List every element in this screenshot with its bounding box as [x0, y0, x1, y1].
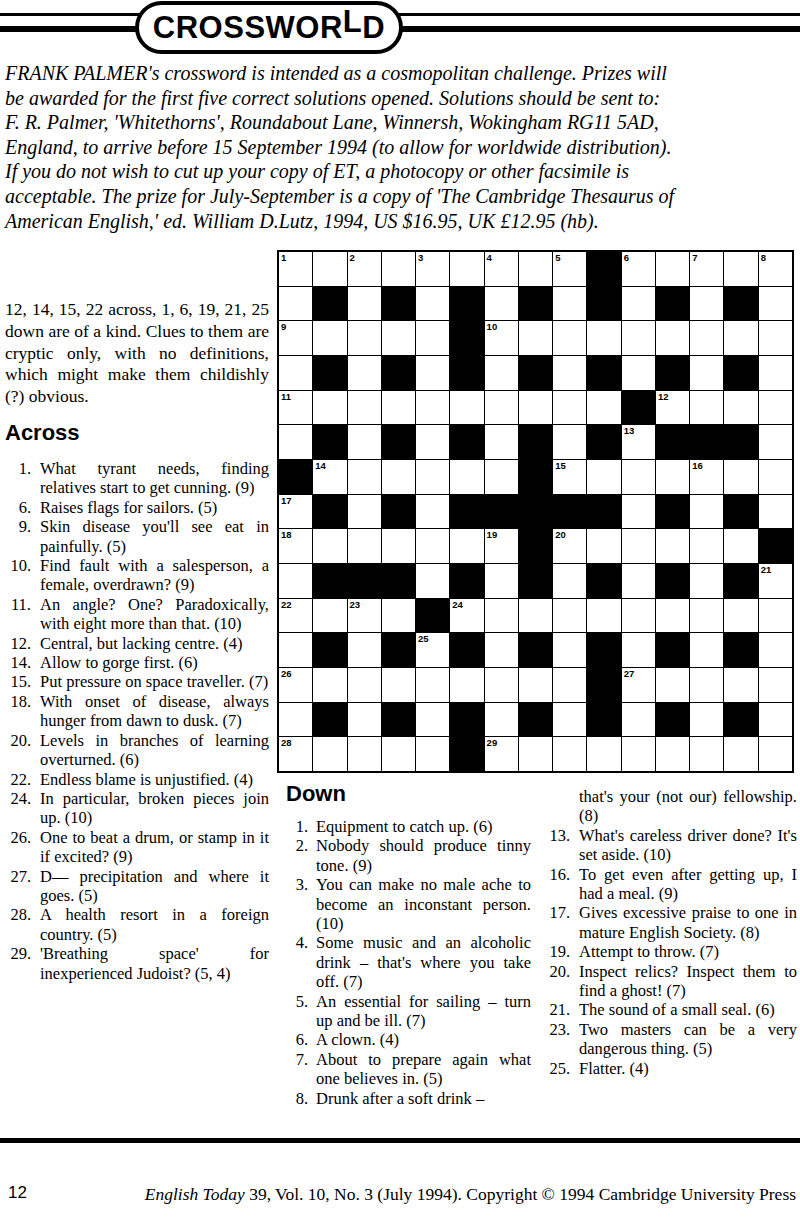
grid-cell-r13c6[interactable]	[450, 668, 483, 702]
clue-item: 3.You can make no male ache to become an…	[286, 875, 531, 933]
grid-cell-r11c15[interactable]	[759, 599, 792, 633]
cell-number: 2	[350, 253, 355, 263]
cell-number: 7	[692, 253, 697, 263]
clue-text: Gives excessive praise to one in mature …	[579, 903, 797, 942]
grid-cell-r6c1[interactable]	[279, 425, 312, 459]
clue-number: 26.	[5, 828, 31, 867]
grid-cell-r3c8[interactable]	[519, 321, 552, 355]
grid-cell-r12c15[interactable]	[759, 633, 792, 667]
clue-item: 7.About to prepare again what one believ…	[286, 1050, 531, 1089]
magazine-page: CROSSWORLD FRANK PALMER's crossword is i…	[0, 0, 800, 1221]
clue-number: 19.	[540, 942, 570, 961]
clue-item: 1.What tyrant needs, finding relatives s…	[5, 459, 269, 498]
block-cell-r7c8	[519, 460, 552, 494]
block-cell-r9c8	[519, 529, 552, 563]
grid-cell-r1c14[interactable]	[724, 252, 757, 286]
block-cell-r4c4	[382, 356, 415, 390]
grid-cell-r1c11[interactable]: 6	[622, 252, 655, 286]
clue-text: In particular, broken pieces join up. (1…	[40, 789, 269, 828]
grid-cell-r1c5[interactable]: 3	[416, 252, 449, 286]
block-cell-r5c11	[622, 391, 655, 425]
grid-cell-r2c5[interactable]	[416, 287, 449, 321]
grid-cell-r5c2[interactable]	[313, 391, 346, 425]
grid-cell-r1c2[interactable]	[313, 252, 346, 286]
grid-cell-r2c13[interactable]	[690, 287, 723, 321]
clue-text: Inspect relics? Inspect them to find a g…	[579, 962, 797, 1001]
grid-cell-r7c13[interactable]: 16	[690, 460, 723, 494]
grid-cell-r14c7[interactable]	[485, 703, 518, 737]
grid-cell-r10c11[interactable]	[622, 564, 655, 598]
grid-cell-r14c5[interactable]	[416, 703, 449, 737]
clue-number: 21.	[540, 1000, 570, 1019]
grid-cell-r8c13[interactable]	[690, 495, 723, 529]
grid-cell-r3c13[interactable]	[690, 321, 723, 355]
grid-cell-r14c11[interactable]	[622, 703, 655, 737]
clue-item: 8.Drunk after a soft drink –	[286, 1089, 531, 1108]
grid-cell-r15c14[interactable]	[724, 737, 757, 771]
block-cell-r14c12	[656, 703, 689, 737]
grid-cell-r8c1[interactable]: 17	[279, 495, 312, 529]
block-cell-r6c4	[382, 425, 415, 459]
clue-item: 20.Inspect relics? Inspect them to find …	[540, 962, 797, 1001]
grid-cell-r15c9[interactable]	[553, 737, 586, 771]
clue-item: 10.Find fault with a salesperson, a fema…	[5, 556, 269, 595]
block-cell-r14c14	[724, 703, 757, 737]
cell-number: 5	[555, 253, 560, 263]
grid-cell-r8c15[interactable]	[759, 495, 792, 529]
grid-cell-r13c12[interactable]	[656, 668, 689, 702]
clue-number: 20.	[540, 962, 570, 1001]
grid-cell-r12c1[interactable]	[279, 633, 312, 667]
grid-cell-r15c3[interactable]	[348, 737, 381, 771]
clue-item: 9.Skin disease you'll see eat in painful…	[5, 517, 269, 556]
grid-cell-r10c7[interactable]	[485, 564, 518, 598]
grid-cell-r10c1[interactable]	[279, 564, 312, 598]
block-cell-r12c12	[656, 633, 689, 667]
grid-cell-r6c15[interactable]	[759, 425, 792, 459]
clue-text: that's your (not our) fellowship. (8)	[579, 787, 797, 826]
grid-cell-r1c4[interactable]	[382, 252, 415, 286]
block-cell-r10c4	[382, 564, 415, 598]
grid-cell-r4c15[interactable]	[759, 356, 792, 390]
clue-number: 12.	[5, 634, 31, 653]
grid-cell-r10c9[interactable]	[553, 564, 586, 598]
grid-cell-r7c12[interactable]	[656, 460, 689, 494]
cell-number: 18	[281, 530, 292, 540]
grid-cell-r7c3[interactable]	[348, 460, 381, 494]
grid-cell-r9c4[interactable]	[382, 529, 415, 563]
grid-cell-r1c7[interactable]: 4	[485, 252, 518, 286]
grid-cell-r3c11[interactable]	[622, 321, 655, 355]
grid-cell-r11c12[interactable]	[656, 599, 689, 633]
grid-cell-r5c6[interactable]	[450, 391, 483, 425]
clue-number: 15.	[5, 672, 31, 691]
grid-cell-r11c7[interactable]	[485, 599, 518, 633]
grid-cell-r13c7[interactable]	[485, 668, 518, 702]
grid-cell-r10c5[interactable]	[416, 564, 449, 598]
clue-item: 14.Allow to gorge first. (6)	[5, 653, 269, 672]
clue-item: 13.What's careless driver done? It's set…	[540, 826, 797, 865]
grid-cell-r8c5[interactable]	[416, 495, 449, 529]
grid-cell-r13c14[interactable]	[724, 668, 757, 702]
grid-cell-r5c1[interactable]: 11	[279, 391, 312, 425]
grid-cell-r13c2[interactable]	[313, 668, 346, 702]
grid-cell-r15c1[interactable]: 28	[279, 737, 312, 771]
grid-cell-r5c7[interactable]	[485, 391, 518, 425]
grid-cell-r5c10[interactable]	[587, 391, 620, 425]
cell-number: 28	[281, 738, 292, 748]
grid-cell-r5c12[interactable]: 12	[656, 391, 689, 425]
grid-cell-r4c5[interactable]	[416, 356, 449, 390]
grid-cell-r3c7[interactable]: 10	[485, 321, 518, 355]
grid-cell-r15c11[interactable]	[622, 737, 655, 771]
grid-cell-r11c1[interactable]: 22	[279, 599, 312, 633]
block-cell-r6c6	[450, 425, 483, 459]
grid-cell-r14c13[interactable]	[690, 703, 723, 737]
clue-text: Two masters can be a very dangerous thin…	[579, 1020, 797, 1059]
clue-item: 1.Equipment to catch up. (6)	[286, 817, 531, 836]
grid-cell-r15c15[interactable]	[759, 737, 792, 771]
clue-item: 22.Endless blame is unjustified. (4)	[5, 770, 269, 789]
clue-text: What's careless driver done? It's set as…	[579, 826, 797, 865]
clue-item: 5.An essential for sailing – turn up and…	[286, 992, 531, 1031]
grid-cell-r13c9[interactable]	[553, 668, 586, 702]
grid-cell-r1c8[interactable]	[519, 252, 552, 286]
grid-cell-r7c5[interactable]	[416, 460, 449, 494]
block-cell-r10c3	[348, 564, 381, 598]
grid-cell-r1c13[interactable]: 7	[690, 252, 723, 286]
grid-cell-r8c3[interactable]	[348, 495, 381, 529]
grid-cell-r7c15[interactable]	[759, 460, 792, 494]
grid-cell-r14c3[interactable]	[348, 703, 381, 737]
cell-number: 9	[281, 322, 286, 332]
grid-cell-r9c12[interactable]	[656, 529, 689, 563]
grid-cell-r5c13[interactable]	[690, 391, 723, 425]
grid-cell-r12c11[interactable]	[622, 633, 655, 667]
grid-cell-r12c13[interactable]	[690, 633, 723, 667]
block-cell-r4c6	[450, 356, 483, 390]
citation-rest: 39, Vol. 10, No. 3 (July 1994). Copyrigh…	[245, 1184, 796, 1204]
grid-cell-r4c3[interactable]	[348, 356, 381, 390]
grid-cell-r2c3[interactable]	[348, 287, 381, 321]
grid-cell-r1c6[interactable]	[450, 252, 483, 286]
grid-cell-r10c13[interactable]	[690, 564, 723, 598]
logo-text-2: D	[362, 10, 385, 46]
grid-cell-r9c7[interactable]: 19	[485, 529, 518, 563]
grid-cell-r5c15[interactable]	[759, 391, 792, 425]
clue-number: 6.	[5, 498, 31, 517]
grid-cell-r15c5[interactable]	[416, 737, 449, 771]
block-cell-r14c6	[450, 703, 483, 737]
clue-item: 19.Attempt to throw. (7)	[540, 942, 797, 961]
clue-number: 1.	[286, 817, 308, 836]
block-cell-r3c6	[450, 321, 483, 355]
clue-text: One to beat a drum, or stamp in it if ex…	[40, 828, 269, 867]
clue-number: 29.	[5, 944, 31, 983]
grid-cell-r5c4[interactable]	[382, 391, 415, 425]
grid-cell-r13c5[interactable]	[416, 668, 449, 702]
grid-cell-r11c13[interactable]	[690, 599, 723, 633]
grid-cell-r3c10[interactable]	[587, 321, 620, 355]
grid-cell-r9c5[interactable]	[416, 529, 449, 563]
block-cell-r11c5	[416, 599, 449, 633]
grid-cell-r15c7[interactable]: 29	[485, 737, 518, 771]
grid-cell-r9c14[interactable]	[724, 529, 757, 563]
clue-number: 4.	[286, 933, 308, 991]
grid-cell-r7c11[interactable]	[622, 460, 655, 494]
clue-item: 6.A clown. (4)	[286, 1030, 531, 1049]
clue-text: Raises flags for sailors. (5)	[40, 498, 269, 517]
clue-text: Some music and an alcoholic drink – that…	[316, 933, 531, 991]
grid-cell-r7c9[interactable]: 15	[553, 460, 586, 494]
grid-cell-r8c11[interactable]	[622, 495, 655, 529]
clue-number: 10.	[5, 556, 31, 595]
grid-cell-r4c11[interactable]	[622, 356, 655, 390]
cell-number: 8	[761, 253, 766, 263]
block-cell-r14c10	[587, 703, 620, 737]
cell-number: 25	[418, 634, 429, 644]
footer-rule	[0, 1138, 800, 1143]
grid-cell-r6c7[interactable]	[485, 425, 518, 459]
clue-number: 13.	[540, 826, 570, 865]
block-cell-r6c12	[656, 425, 689, 459]
block-cell-r2c12	[656, 287, 689, 321]
grid-cell-r15c13[interactable]	[690, 737, 723, 771]
grid-cell-r9c9[interactable]: 20	[553, 529, 586, 563]
block-cell-r13c10	[587, 668, 620, 702]
block-cell-r15c6	[450, 737, 483, 771]
grid-cell-r3c2[interactable]	[313, 321, 346, 355]
grid-cell-r4c1[interactable]	[279, 356, 312, 390]
grid-cell-r9c3[interactable]	[348, 529, 381, 563]
block-cell-r12c2	[313, 633, 346, 667]
logo-text-1: CROSSWOR	[153, 10, 343, 46]
clue-text: To get even after getting up, I had a me…	[579, 865, 797, 904]
across-heading: Across	[5, 420, 80, 446]
grid-cell-r4c9[interactable]	[553, 356, 586, 390]
clue-number: 25.	[540, 1059, 570, 1078]
clue-number: 18.	[5, 692, 31, 731]
block-cell-r12c6	[450, 633, 483, 667]
intro-paragraph: FRANK PALMER's crossword is intended as …	[5, 61, 789, 233]
clue-item: 16.To get even after getting up, I had a…	[540, 865, 797, 904]
grid-cell-r3c4[interactable]	[382, 321, 415, 355]
block-cell-r10c14	[724, 564, 757, 598]
cell-number: 22	[281, 600, 292, 610]
cell-number: 29	[487, 738, 498, 748]
clue-text: Drunk after a soft drink –	[316, 1089, 531, 1108]
cell-number: 15	[555, 461, 566, 471]
grid-cell-r9c13[interactable]	[690, 529, 723, 563]
grid-cell-r13c15[interactable]	[759, 668, 792, 702]
clue-text: Levels in branches of learning overturne…	[40, 731, 269, 770]
clue-item: 25.Flatter. (4)	[540, 1059, 797, 1078]
grid-cell-r3c15[interactable]	[759, 321, 792, 355]
clue-text: An essential for sailing – turn up and b…	[316, 992, 531, 1031]
grid-cell-r3c1[interactable]: 9	[279, 321, 312, 355]
grid-cell-r3c5[interactable]	[416, 321, 449, 355]
cell-number: 26	[281, 669, 292, 679]
clue-item: 23.Two masters can be a very dangerous t…	[540, 1020, 797, 1059]
grid-cell-r11c4[interactable]	[382, 599, 415, 633]
clue-text: Allow to gorge first. (6)	[40, 653, 269, 672]
grid-cell-r5c9[interactable]	[553, 391, 586, 425]
grid-cell-r15c4[interactable]	[382, 737, 415, 771]
grid-cell-r12c7[interactable]	[485, 633, 518, 667]
clue-item: 12.Central, but lacking centre. (4)	[5, 634, 269, 653]
grid-cell-r9c2[interactable]	[313, 529, 346, 563]
grid-cell-r14c9[interactable]	[553, 703, 586, 737]
grid-cell-r1c15[interactable]: 8	[759, 252, 792, 286]
block-cell-r4c14	[724, 356, 757, 390]
grid-cell-r7c4[interactable]	[382, 460, 415, 494]
block-cell-r9c15	[759, 529, 792, 563]
clue-number	[540, 787, 570, 826]
block-cell-r8c2	[313, 495, 346, 529]
clue-item: 6.Raises flags for sailors. (5)	[5, 498, 269, 517]
block-cell-r8c12	[656, 495, 689, 529]
grid-cell-r6c9[interactable]	[553, 425, 586, 459]
clue-text: What tyrant needs, finding relatives sta…	[40, 459, 269, 498]
grid-cell-r9c1[interactable]: 18	[279, 529, 312, 563]
grid-cell-r13c8[interactable]	[519, 668, 552, 702]
grid-cell-r14c15[interactable]	[759, 703, 792, 737]
cell-number: 24	[452, 600, 463, 610]
grid-cell-r1c9[interactable]: 5	[553, 252, 586, 286]
grid-cell-r3c3[interactable]	[348, 321, 381, 355]
grid-cell-r1c1[interactable]: 1	[279, 252, 312, 286]
clue-number: 1.	[5, 459, 31, 498]
grid-cell-r15c2[interactable]	[313, 737, 346, 771]
grid-cell-r15c10[interactable]	[587, 737, 620, 771]
grid-cell-r2c11[interactable]	[622, 287, 655, 321]
clue-text: D— precipitation and where it goes. (5)	[40, 867, 269, 906]
grid-cell-r13c11[interactable]: 27	[622, 668, 655, 702]
grid-cell-r9c11[interactable]	[622, 529, 655, 563]
clue-number: 22.	[5, 770, 31, 789]
grid-cell-r3c12[interactable]	[656, 321, 689, 355]
grid-cell-r12c9[interactable]	[553, 633, 586, 667]
clue-text: Flatter. (4)	[579, 1059, 797, 1078]
grid-cell-r3c14[interactable]	[724, 321, 757, 355]
clue-item: 29.'Breathing space' for inexperienced J…	[5, 944, 269, 983]
citation: English Today 39, Vol. 10, No. 3 (July 1…	[145, 1184, 796, 1205]
block-cell-r2c2	[313, 287, 346, 321]
grid-cell-r11c11[interactable]	[622, 599, 655, 633]
block-cell-r10c6	[450, 564, 483, 598]
grid-cell-r2c15[interactable]	[759, 287, 792, 321]
clue-number: 5.	[286, 992, 308, 1031]
grid-cell-r5c3[interactable]	[348, 391, 381, 425]
grid-cell-r1c3[interactable]: 2	[348, 252, 381, 286]
grid-cell-r9c6[interactable]	[450, 529, 483, 563]
grid-cell-r11c14[interactable]	[724, 599, 757, 633]
block-cell-r6c2	[313, 425, 346, 459]
grid-cell-r13c1[interactable]: 26	[279, 668, 312, 702]
grid-cell-r7c14[interactable]	[724, 460, 757, 494]
grid-cell-r10c15[interactable]: 21	[759, 564, 792, 598]
grid-cell-r7c10[interactable]	[587, 460, 620, 494]
grid-cell-r6c5[interactable]	[416, 425, 449, 459]
block-cell-r12c14	[724, 633, 757, 667]
cell-number: 6	[624, 253, 629, 263]
clue-number: 7.	[286, 1050, 308, 1089]
grid-cell-r9c10[interactable]	[587, 529, 620, 563]
clue-text: Endless blame is unjustified. (4)	[40, 770, 269, 789]
block-cell-r2c4	[382, 287, 415, 321]
grid-cell-r12c3[interactable]	[348, 633, 381, 667]
grid-cell-r13c13[interactable]	[690, 668, 723, 702]
clue-text: Equipment to catch up. (6)	[316, 817, 531, 836]
block-cell-r1c10	[587, 252, 620, 286]
logo-text-raised-l: L	[343, 4, 362, 40]
grid-cell-r4c13[interactable]	[690, 356, 723, 390]
grid-cell-r11c8[interactable]	[519, 599, 552, 633]
clue-number: 14.	[5, 653, 31, 672]
block-cell-r10c2	[313, 564, 346, 598]
cell-number: 1	[281, 253, 286, 263]
grid-cell-r7c6[interactable]	[450, 460, 483, 494]
grid-cell-r13c4[interactable]	[382, 668, 415, 702]
block-cell-r14c2	[313, 703, 346, 737]
grid-cell-r7c2[interactable]: 14	[313, 460, 346, 494]
block-cell-r10c12	[656, 564, 689, 598]
block-cell-r2c6	[450, 287, 483, 321]
down-clues-col2: that's your (not our) fellowship. (8)13.…	[540, 787, 797, 1078]
cell-number: 11	[281, 392, 291, 402]
grid-cell-r15c12[interactable]	[656, 737, 689, 771]
down-heading: Down	[286, 781, 346, 807]
block-cell-r2c14	[724, 287, 757, 321]
clue-number: 11.	[5, 595, 31, 634]
grid-cell-r11c9[interactable]	[553, 599, 586, 633]
clue-item: 18.With onset of disease, always hunger …	[5, 692, 269, 731]
grid-cell-r1c12[interactable]	[656, 252, 689, 286]
grid-cell-r12c5[interactable]: 25	[416, 633, 449, 667]
across-clues: 1.What tyrant needs, finding relatives s…	[5, 459, 269, 983]
grid-cell-r7c7[interactable]	[485, 460, 518, 494]
grid-cell-r13c3[interactable]	[348, 668, 381, 702]
block-cell-r7c1	[279, 460, 312, 494]
block-cell-r8c10	[587, 495, 620, 529]
grid-cell-r14c1[interactable]	[279, 703, 312, 737]
clue-text: You can make no male ache to become an i…	[316, 875, 531, 933]
down-clues-col1: 1.Equipment to catch up. (6)2.Nobody sho…	[286, 817, 531, 1108]
grid-cell-r4c7[interactable]	[485, 356, 518, 390]
clue-item: that's your (not our) fellowship. (8)	[540, 787, 797, 826]
clue-item: 20.Levels in branches of learning overtu…	[5, 731, 269, 770]
grid-cell-r11c3[interactable]: 23	[348, 599, 381, 633]
grid-cell-r6c11[interactable]: 13	[622, 425, 655, 459]
grid-cell-r15c8[interactable]	[519, 737, 552, 771]
grid-cell-r6c3[interactable]	[348, 425, 381, 459]
grid-cell-r3c9[interactable]	[553, 321, 586, 355]
clue-number: 17.	[540, 903, 570, 942]
cell-number: 17	[281, 496, 292, 506]
grid-cell-r11c10[interactable]	[587, 599, 620, 633]
grid-cell-r11c6[interactable]: 24	[450, 599, 483, 633]
block-cell-r12c8	[519, 633, 552, 667]
grid-cell-r2c1[interactable]	[279, 287, 312, 321]
grid-cell-r5c5[interactable]	[416, 391, 449, 425]
block-cell-r8c6	[450, 495, 483, 529]
grid-cell-r5c8[interactable]	[519, 391, 552, 425]
clue-item: 15.Put pressure on space traveller. (7)	[5, 672, 269, 691]
grid-cell-r11c2[interactable]	[313, 599, 346, 633]
grid-cell-r2c9[interactable]	[553, 287, 586, 321]
grid-cell-r5c14[interactable]	[724, 391, 757, 425]
grid-cell-r2c7[interactable]	[485, 287, 518, 321]
